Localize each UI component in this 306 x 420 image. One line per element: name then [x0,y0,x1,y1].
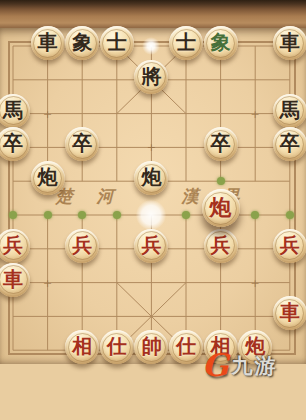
piece-character: 相 [211,336,231,356]
piece-character: 士 [107,32,127,52]
point-mark: + [251,276,260,289]
piece-character: 仕 [107,336,127,356]
piece-character: 卒 [211,133,231,153]
black-advisor[interactable]: 士 [100,26,134,60]
piece-character: 象 [72,32,92,52]
black-cannon[interactable]: 炮 [31,161,65,195]
piece-character: 卒 [3,133,23,153]
move-hint-dot[interactable] [217,177,225,185]
piece-character: 士 [176,32,196,52]
black-advisor[interactable]: 士 [169,26,203,60]
piece-character: 車 [280,32,300,52]
piece-character: 卒 [280,133,300,153]
piece-character: 炮 [210,196,232,218]
red-cannon[interactable]: 炮 [238,330,272,364]
black-chariot[interactable]: 車 [31,26,65,60]
red-soldier[interactable]: 兵 [204,229,238,263]
move-hint-dot[interactable] [9,211,17,219]
last-move-glow-dot [142,37,160,55]
black-soldier[interactable]: 卒 [65,127,99,161]
piece-character: 仕 [176,336,196,356]
red-soldier[interactable]: 兵 [134,229,168,263]
piece-character: 兵 [72,235,92,255]
piece-character: 車 [280,302,300,322]
piece-character: 車 [38,32,58,52]
piece-character: 將 [141,66,161,86]
piece-character: 馬 [280,100,300,120]
piece-character: 兵 [141,235,161,255]
black-general[interactable]: 將 [134,60,168,94]
point-mark: + [43,107,52,120]
red-soldier[interactable]: 兵 [65,229,99,263]
piece-character: 車 [3,269,23,289]
piece-character: 炮 [38,167,58,187]
piece-character: 相 [72,336,92,356]
red-cannon-selected[interactable]: 炮 [202,189,240,227]
point-mark: + [43,276,52,289]
piece-character: 兵 [280,235,300,255]
highlight-glow-circle[interactable] [136,200,166,230]
move-hint-dot[interactable] [251,211,259,219]
xiangqi-app-screen: 楚 河 漢 界 ++++++++++++++ 車象士士象車將馬馬卒卒卒卒炮炮炮兵… [0,0,306,420]
piece-character: 象 [211,32,231,52]
black-elephant[interactable]: 象 [65,26,99,60]
point-mark: + [251,107,260,120]
point-mark: + [147,141,156,154]
red-soldier[interactable]: 兵 [273,229,306,263]
black-cannon[interactable]: 炮 [134,161,168,195]
table-wood-top [0,0,306,28]
piece-character: 卒 [72,133,92,153]
move-hint-dot[interactable] [182,211,190,219]
black-soldier[interactable]: 卒 [273,127,306,161]
red-chariot[interactable]: 車 [273,296,306,330]
black-chariot[interactable]: 車 [273,26,306,60]
red-elephant[interactable]: 相 [65,330,99,364]
piece-character: 炮 [245,336,265,356]
piece-character: 帥 [141,336,161,356]
piece-character: 馬 [3,100,23,120]
piece-character: 兵 [211,235,231,255]
move-hint-dot[interactable] [44,211,52,219]
piece-character: 兵 [3,235,23,255]
black-elephant[interactable]: 象 [204,26,238,60]
move-hint-dot[interactable] [286,211,294,219]
move-hint-dot[interactable] [78,211,86,219]
black-soldier[interactable]: 卒 [204,127,238,161]
red-advisor[interactable]: 仕 [169,330,203,364]
red-general[interactable]: 帥 [134,330,168,364]
red-advisor[interactable]: 仕 [100,330,134,364]
piece-character: 炮 [141,167,161,187]
river-label-chu-he: 楚 河 [56,185,123,208]
red-elephant[interactable]: 相 [204,330,238,364]
move-hint-dot[interactable] [113,211,121,219]
black-horse[interactable]: 馬 [273,94,306,128]
